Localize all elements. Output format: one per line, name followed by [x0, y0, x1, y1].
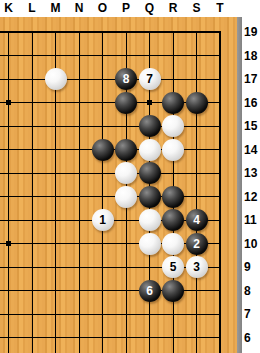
stone-black-P17: 8: [115, 68, 137, 90]
row-label-10: 10: [244, 237, 260, 251]
star-point-K10: [6, 241, 11, 246]
stone-white-M17: [45, 68, 67, 90]
grid-line-row-8: [0, 290, 221, 291]
col-label-K: K: [0, 1, 19, 16]
row-label-6: 6: [244, 331, 260, 345]
col-label-N: N: [69, 1, 89, 16]
col-label-S: S: [187, 1, 207, 16]
row-label-8: 8: [244, 284, 260, 298]
row-label-7: 7: [244, 307, 260, 321]
grid-line-row-15: [0, 126, 221, 127]
row-label-18: 18: [244, 49, 260, 63]
grid-line-col-N: [79, 31, 80, 353]
row-label-19: 19: [244, 25, 260, 39]
move-number-7: 7: [146, 73, 153, 85]
stone-white-R14: [162, 139, 184, 161]
stone-white-P13: [115, 162, 137, 184]
col-label-P: P: [116, 1, 136, 16]
grid-line-row-18: [0, 55, 221, 56]
move-number-2: 2: [193, 238, 200, 250]
move-number-1: 1: [99, 214, 106, 226]
stone-white-Q14: [139, 139, 161, 161]
row-label-9: 9: [244, 260, 260, 274]
row-label-15: 15: [244, 119, 260, 133]
stone-white-Q11: [139, 209, 161, 231]
stone-white-R10: [162, 233, 184, 255]
grid-line-row-12: [0, 196, 221, 197]
stone-black-R12: [162, 186, 184, 208]
row-label-11: 11: [244, 213, 260, 227]
grid-line-col-K: [8, 31, 9, 353]
grid-line-row-6: [0, 337, 221, 338]
star-point-Q16: [147, 100, 152, 105]
col-label-L: L: [22, 1, 42, 16]
stone-black-P14: [115, 139, 137, 161]
grid-line-row-19: [0, 31, 221, 33]
stone-black-Q8: 6: [139, 280, 161, 302]
stone-white-Q10: [139, 233, 161, 255]
stone-black-Q15: [139, 115, 161, 137]
grid-line-col-O: [102, 31, 103, 353]
stone-black-S10: 2: [186, 233, 208, 255]
row-label-13: 13: [244, 166, 260, 180]
stone-white-O11: 1: [92, 209, 114, 231]
move-number-3: 3: [193, 261, 200, 273]
grid-line-col-S: [196, 31, 197, 353]
row-label-12: 12: [244, 190, 260, 204]
stone-white-R9: 5: [162, 256, 184, 278]
go-board[interactable]: [0, 17, 237, 353]
row-label-17: 17: [244, 72, 260, 86]
stone-black-S11: 4: [186, 209, 208, 231]
stone-black-S16: [186, 92, 208, 114]
col-label-Q: Q: [140, 1, 160, 16]
grid-line-row-17: [0, 79, 221, 80]
col-label-T: T: [210, 1, 230, 16]
stone-black-Q13: [139, 162, 161, 184]
row-label-16: 16: [244, 96, 260, 110]
col-label-O: O: [93, 1, 113, 16]
stone-black-P16: [115, 92, 137, 114]
col-label-M: M: [46, 1, 66, 16]
stone-white-R15: [162, 115, 184, 137]
row-labels: [242, 17, 260, 353]
move-number-8: 8: [123, 73, 130, 85]
stone-black-R16: [162, 92, 184, 114]
stone-black-O14: [92, 139, 114, 161]
row-label-14: 14: [244, 143, 260, 157]
move-number-5: 5: [170, 261, 177, 273]
stone-black-R11: [162, 209, 184, 231]
move-number-6: 6: [146, 285, 153, 297]
grid-line-col-L: [32, 31, 33, 353]
stone-black-R8: [162, 280, 184, 302]
stone-white-S9: 3: [186, 256, 208, 278]
stone-black-Q12: [139, 186, 161, 208]
move-number-4: 4: [193, 214, 200, 226]
go-diagram: KLMNOPQRST191817161514131211109876871425…: [0, 0, 260, 353]
stone-white-P12: [115, 186, 137, 208]
grid-line-col-T: [219, 31, 221, 353]
grid-line-row-13: [0, 173, 221, 174]
star-point-K16: [6, 100, 11, 105]
col-label-R: R: [163, 1, 183, 16]
grid-line-row-7: [0, 314, 221, 315]
stone-white-Q17: 7: [139, 68, 161, 90]
